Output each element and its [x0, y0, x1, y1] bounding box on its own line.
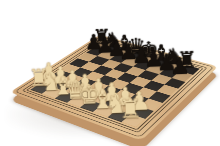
chess-board: ♜♞♝♛♚♝♞♜♟♟♟♟♟♟♟♟♟♟♟♟♟♟♟♟♜♞♝♛♚♝♞♜	[10, 35, 218, 141]
board-frame: ♜♞♝♛♚♝♞♜♟♟♟♟♟♟♟♟♟♟♟♟♟♟♟♟♜♞♝♛♚♝♞♜	[10, 35, 218, 141]
piece-black-rook: ♜	[90, 26, 114, 47]
piece-white-rook: ♜	[25, 66, 52, 91]
chessboard-photo: ♜♞♝♛♚♝♞♜♟♟♟♟♟♟♟♟♟♟♟♟♟♟♟♟♜♞♝♛♚♝♞♜	[0, 0, 220, 146]
piece-black-king: ♚	[136, 39, 161, 62]
piece-black-knight: ♞	[101, 29, 125, 51]
piece-black-rook: ♜	[174, 49, 200, 73]
board-scene: ♜♞♝♛♚♝♞♜♟♟♟♟♟♟♟♟♟♟♟♟♟♟♟♟♜♞♝♛♚♝♞♜	[0, 0, 220, 146]
